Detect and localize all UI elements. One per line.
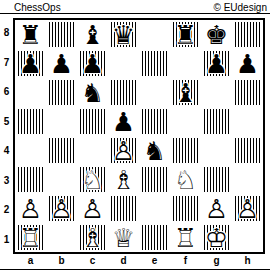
white-piece-outline: ♘: [170, 165, 201, 194]
square-a8: ♜: [15, 20, 46, 49]
white-knight: ♞♘: [170, 165, 201, 194]
square-d7: [108, 49, 139, 78]
white-pawn: ♟♙: [15, 194, 46, 223]
file-label-a: a: [15, 254, 46, 268]
black-piece-glyph: ♟: [46, 49, 77, 78]
white-piece-outline: ♙: [108, 136, 139, 165]
white-pawn: ♟♙: [201, 194, 232, 223]
black-pawn: ♟: [232, 49, 263, 78]
square-g7: ♟: [201, 49, 232, 78]
black-rook: ♜: [170, 20, 201, 49]
square-g2: ♟♙: [201, 194, 232, 223]
square-g1: ♚♔: [201, 223, 232, 252]
square-c3: ♞♘: [77, 165, 108, 194]
square-h3: [232, 165, 263, 194]
square-h8: [232, 20, 263, 49]
square-g6: [201, 78, 232, 107]
rank-label-4: 4: [0, 136, 13, 166]
white-piece-outline: ♖: [15, 223, 46, 252]
square-a5: [15, 107, 46, 136]
black-pawn: ♟: [201, 49, 232, 78]
square-e5: [139, 107, 170, 136]
square-e3: [139, 165, 170, 194]
square-d3: ♝♗: [108, 165, 139, 194]
square-g4: [201, 136, 232, 165]
square-b6: [46, 78, 77, 107]
black-pawn: ♟: [108, 107, 139, 136]
file-label-d: d: [108, 254, 139, 268]
rank-labels: 87654321: [0, 18, 13, 254]
rank-label-1: 1: [0, 225, 13, 255]
white-piece-outline: ♙: [77, 194, 108, 223]
black-piece-glyph: ♜: [170, 20, 201, 49]
black-piece-glyph: ♚: [201, 20, 232, 49]
square-b4: [46, 136, 77, 165]
square-c1: ♝♗: [77, 223, 108, 252]
black-pawn: ♟: [15, 49, 46, 78]
rank-label-8: 8: [0, 18, 13, 48]
file-label-h: h: [232, 254, 263, 268]
black-piece-glyph: ♟: [77, 49, 108, 78]
file-label-e: e: [139, 254, 170, 268]
black-piece-glyph: ♝: [77, 20, 108, 49]
square-d4: ♟♙: [108, 136, 139, 165]
app-title: ChessOps: [14, 2, 61, 13]
black-queen: ♛: [108, 20, 139, 49]
white-pawn: ♟♙: [232, 194, 263, 223]
black-rook: ♜: [15, 20, 46, 49]
square-d2: [108, 194, 139, 223]
black-piece-glyph: ♟: [201, 49, 232, 78]
black-knight: ♞: [139, 136, 170, 165]
square-f5: [170, 107, 201, 136]
rank-label-6: 6: [0, 77, 13, 107]
white-knight: ♞♘: [77, 165, 108, 194]
square-h5: [232, 107, 263, 136]
square-c7: ♟: [77, 49, 108, 78]
square-g3: [201, 165, 232, 194]
square-e7: [139, 49, 170, 78]
square-f6: ♝: [170, 78, 201, 107]
white-king: ♚♔: [201, 223, 232, 252]
black-piece-glyph: ♞: [77, 78, 108, 107]
square-d1: ♛♕: [108, 223, 139, 252]
square-h2: ♟♙: [232, 194, 263, 223]
rank-label-2: 2: [0, 195, 13, 225]
square-c5: [77, 107, 108, 136]
file-label-b: b: [46, 254, 77, 268]
square-a1: ♜♖: [15, 223, 46, 252]
black-king: ♚: [201, 20, 232, 49]
square-f7: [170, 49, 201, 78]
rank-label-3: 3: [0, 166, 13, 196]
black-piece-glyph: ♞: [139, 136, 170, 165]
black-pawn: ♟: [46, 49, 77, 78]
white-bishop: ♝♗: [108, 165, 139, 194]
black-piece-glyph: ♛: [108, 20, 139, 49]
white-piece-outline: ♔: [201, 223, 232, 252]
square-c2: ♟♙: [77, 194, 108, 223]
square-e4: ♞: [139, 136, 170, 165]
file-label-f: f: [170, 254, 201, 268]
square-c4: [77, 136, 108, 165]
square-e1: [139, 223, 170, 252]
square-b8: [46, 20, 77, 49]
square-a7: ♟: [15, 49, 46, 78]
white-piece-outline: ♗: [108, 165, 139, 194]
square-d8: ♛: [108, 20, 139, 49]
square-a6: [15, 78, 46, 107]
white-piece-outline: ♙: [15, 194, 46, 223]
square-e6: [139, 78, 170, 107]
black-piece-glyph: ♟: [232, 49, 263, 78]
header: ChessOps © EUdesign: [0, 0, 270, 14]
square-c8: ♝: [77, 20, 108, 49]
black-piece-glyph: ♝: [170, 78, 201, 107]
square-d5: ♟: [108, 107, 139, 136]
square-h1: [232, 223, 263, 252]
file-labels: abcdefgh: [13, 254, 265, 268]
white-pawn: ♟♙: [46, 194, 77, 223]
square-c6: ♞: [77, 78, 108, 107]
square-e2: [139, 194, 170, 223]
square-g8: ♚: [201, 20, 232, 49]
square-g5: [201, 107, 232, 136]
square-b5: [46, 107, 77, 136]
black-piece-glyph: ♜: [15, 20, 46, 49]
white-piece-outline: ♙: [46, 194, 77, 223]
white-queen: ♛♕: [108, 223, 139, 252]
square-b2: ♟♙: [46, 194, 77, 223]
black-piece-glyph: ♟: [15, 49, 46, 78]
square-f2: [170, 194, 201, 223]
white-piece-outline: ♕: [108, 223, 139, 252]
square-f1: ♜♖: [170, 223, 201, 252]
white-rook: ♜♖: [15, 223, 46, 252]
corner-spacer: [0, 254, 13, 268]
file-label-g: g: [201, 254, 232, 268]
square-f8: ♜: [170, 20, 201, 49]
black-bishop: ♝: [170, 78, 201, 107]
square-h4: [232, 136, 263, 165]
white-bishop: ♝♗: [77, 223, 108, 252]
black-pawn: ♟: [77, 49, 108, 78]
credit-text: © EUdesign: [213, 2, 267, 13]
white-piece-outline: ♖: [170, 223, 201, 252]
square-b7: ♟: [46, 49, 77, 78]
white-piece-outline: ♙: [232, 194, 263, 223]
white-pawn: ♟♙: [77, 194, 108, 223]
square-a3: [15, 165, 46, 194]
white-piece-outline: ♗: [77, 223, 108, 252]
black-piece-glyph: ♟: [108, 107, 139, 136]
white-piece-outline: ♙: [201, 194, 232, 223]
white-piece-outline: ♘: [77, 165, 108, 194]
rank-label-5: 5: [0, 107, 13, 137]
square-f4: [170, 136, 201, 165]
square-h6: [232, 78, 263, 107]
rank-label-7: 7: [0, 48, 13, 78]
square-a4: [15, 136, 46, 165]
white-rook: ♜♖: [170, 223, 201, 252]
file-label-c: c: [77, 254, 108, 268]
white-pawn: ♟♙: [108, 136, 139, 165]
square-d6: [108, 78, 139, 107]
black-bishop: ♝: [77, 20, 108, 49]
board-area: 87654321 ♜♝♛♜♚♟♟♟♟♟♞♝♟♟♙♞♞♘♝♗♞♘♟♙♟♙♟♙♟♙♟…: [0, 18, 270, 268]
chess-board: ♜♝♛♜♚♟♟♟♟♟♞♝♟♟♙♞♞♘♝♗♞♘♟♙♟♙♟♙♟♙♟♙♜♖♝♗♛♕♜♖…: [13, 18, 265, 254]
square-e8: [139, 20, 170, 49]
square-h7: ♟: [232, 49, 263, 78]
square-f3: ♞♘: [170, 165, 201, 194]
black-knight: ♞: [77, 78, 108, 107]
square-b3: [46, 165, 77, 194]
square-b1: [46, 223, 77, 252]
square-a2: ♟♙: [15, 194, 46, 223]
